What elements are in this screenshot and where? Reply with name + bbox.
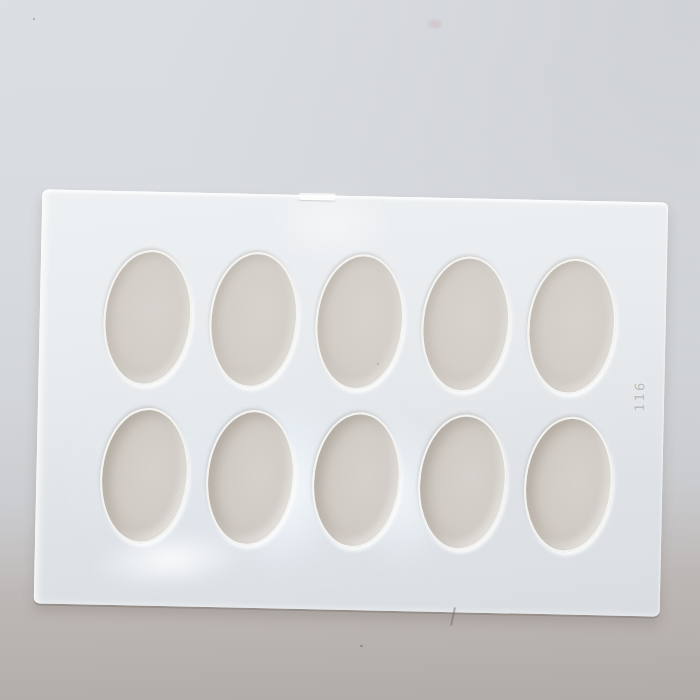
mold-cavity-r2c3 (306, 408, 407, 552)
mold-cavity-r2c1 (94, 404, 195, 548)
dust-speck (377, 363, 379, 365)
faint-smudge (428, 20, 442, 28)
mold-cavity-r1c4 (415, 252, 516, 396)
mold-cavity-r1c2 (203, 248, 304, 392)
cavity-grid (90, 238, 627, 565)
mold-cavity-r2c4 (412, 410, 513, 554)
mold-cavity-r2c5 (518, 413, 619, 557)
mold-cavity-r1c1 (97, 246, 198, 390)
dust-speck (33, 18, 35, 20)
mold-tray: 116 (34, 189, 669, 616)
mold-tab-mark (298, 193, 336, 201)
mold-cavity-r1c3 (309, 250, 410, 394)
mold-cavity-r2c2 (200, 406, 301, 550)
mold-cavity-r1c5 (521, 255, 622, 399)
photo-background: 116 (0, 0, 700, 700)
dust-speck (360, 645, 363, 647)
embossed-marking: 116 (632, 374, 649, 418)
